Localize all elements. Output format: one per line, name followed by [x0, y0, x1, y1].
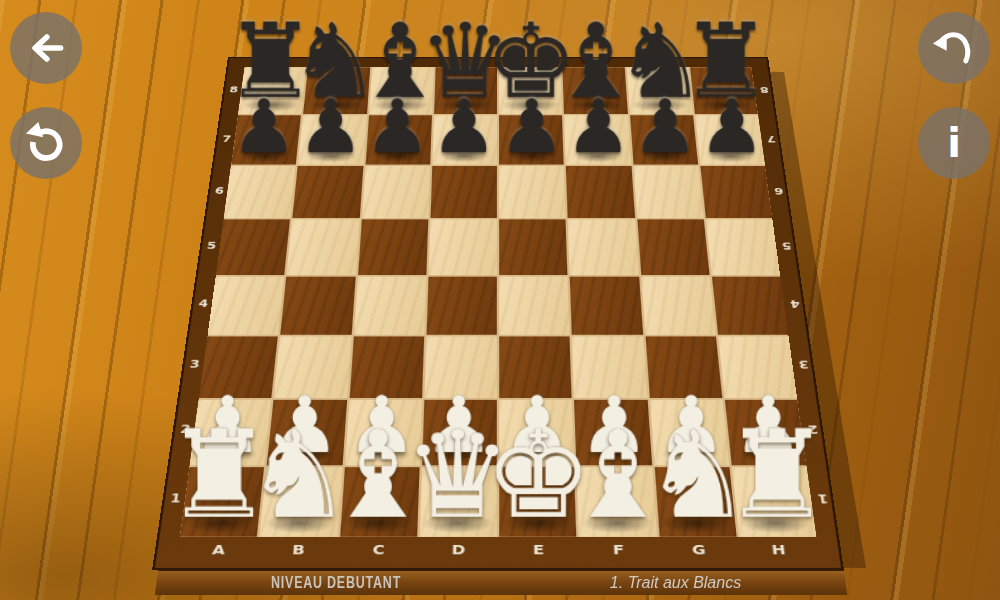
square-h7[interactable]: ♟	[695, 115, 765, 164]
rank-label-right-4: 4	[787, 297, 803, 309]
square-c4[interactable]	[353, 276, 426, 334]
square-h1[interactable]: ♜	[732, 467, 817, 537]
square-d7[interactable]: ♟	[432, 115, 497, 164]
square-f6[interactable]	[566, 166, 634, 218]
rank-label-right-7: 7	[764, 134, 779, 144]
square-e4[interactable]	[499, 276, 570, 334]
undo-move-button[interactable]	[918, 12, 990, 84]
black-pawn-piece[interactable]: ♟	[297, 90, 363, 164]
square-f7[interactable]: ♟	[564, 115, 631, 164]
black-pawn-piece[interactable]: ♟	[364, 90, 430, 164]
rank-label-left-6: 6	[212, 185, 227, 195]
rank-label-right-5: 5	[779, 240, 795, 251]
info-button[interactable]: i	[918, 107, 990, 179]
square-d6[interactable]	[430, 166, 497, 218]
file-label-f: F	[602, 542, 636, 558]
square-b4[interactable]	[281, 276, 356, 334]
back-button[interactable]	[10, 12, 82, 84]
square-a6[interactable]	[224, 166, 296, 218]
square-g6[interactable]	[633, 166, 703, 218]
file-label-g: G	[682, 542, 716, 558]
file-label-c: C	[362, 542, 396, 558]
square-f5[interactable]	[568, 220, 638, 275]
square-c6[interactable]	[361, 166, 429, 218]
square-b5[interactable]	[287, 220, 359, 275]
square-b6[interactable]	[293, 166, 363, 218]
board-grid: ♜♞♝♛♚♝♞♜♟♟♟♟♟♟♟♟♟♟♟♟♟♟♟♟♜♞♝♛♚♝♞♜	[180, 67, 816, 536]
square-d5[interactable]	[428, 220, 497, 275]
square-d4[interactable]	[426, 276, 497, 334]
black-pawn-piece[interactable]: ♟	[498, 90, 564, 164]
rank-label-left-4: 4	[195, 297, 211, 309]
square-e6[interactable]	[499, 166, 566, 218]
level-label: NIVEAU DEBUTANT	[271, 574, 401, 592]
square-h6[interactable]	[700, 166, 772, 218]
black-pawn-piece[interactable]: ♟	[565, 90, 631, 164]
square-c5[interactable]	[358, 220, 428, 275]
board-front-face: NIVEAU DEBUTANT 1. Trait aux Blancs	[152, 569, 850, 595]
black-pawn-piece[interactable]: ♟	[431, 90, 497, 164]
file-label-e: E	[522, 542, 555, 558]
square-g4[interactable]	[641, 276, 716, 334]
white-rook-piece[interactable]: ♜	[723, 415, 832, 536]
square-h5[interactable]	[706, 220, 780, 275]
square-g7[interactable]: ♟	[630, 115, 698, 164]
rank-label-left-5: 5	[204, 240, 220, 251]
rotate-board-button[interactable]	[10, 107, 82, 179]
square-a7[interactable]: ♟	[231, 115, 301, 164]
square-a4[interactable]	[208, 276, 285, 334]
chess-scene: ♜♞♝♛♚♝♞♜♟♟♟♟♟♟♟♟♟♟♟♟♟♟♟♟♜♞♝♛♚♝♞♜ 8877665…	[0, 0, 1000, 600]
square-h4[interactable]	[712, 276, 789, 334]
square-e7[interactable]: ♟	[499, 115, 564, 164]
square-f4[interactable]	[570, 276, 643, 334]
rotate-icon	[23, 120, 69, 166]
square-b7[interactable]: ♟	[298, 115, 366, 164]
square-c7[interactable]: ♟	[365, 115, 432, 164]
rank-label-left-3: 3	[186, 358, 203, 370]
info-icon: i	[947, 123, 961, 163]
rank-label-right-3: 3	[795, 358, 812, 370]
file-label-a: A	[201, 542, 236, 558]
file-label-b: B	[281, 542, 315, 558]
square-a5[interactable]	[216, 220, 290, 275]
black-pawn-piece[interactable]: ♟	[699, 90, 765, 164]
square-e5[interactable]	[499, 220, 568, 275]
file-label-d: D	[442, 542, 475, 558]
rank-label-right-6: 6	[771, 185, 786, 195]
board-3d: ♜♞♝♛♚♝♞♜♟♟♟♟♟♟♟♟♟♟♟♟♟♟♟♟♜♞♝♛♚♝♞♜ 8877665…	[152, 57, 844, 570]
undo-arrow-icon	[932, 26, 976, 70]
back-arrow-icon	[24, 26, 68, 70]
file-label-h: H	[761, 542, 796, 558]
black-pawn-piece[interactable]: ♟	[230, 90, 296, 164]
square-g5[interactable]	[637, 220, 709, 275]
turn-indicator: 1. Trait aux Blancs	[610, 574, 741, 592]
black-pawn-piece[interactable]: ♟	[632, 90, 698, 164]
